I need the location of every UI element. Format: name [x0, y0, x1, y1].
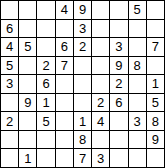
cell-r7c3: 5 — [37, 112, 54, 130]
cell-r9c2: 1 — [19, 149, 36, 167]
cell-r3c4: 6 — [56, 38, 73, 56]
cell-r4c6[interactable] — [92, 57, 109, 75]
cell-r7c1: 2 — [1, 112, 18, 130]
cell-r8c6[interactable] — [92, 131, 109, 149]
cell-r6c3: 1 — [37, 94, 54, 112]
cell-r2c2[interactable] — [19, 20, 36, 38]
cell-r4c1: 5 — [1, 57, 18, 75]
cell-r4c8: 8 — [129, 57, 146, 75]
cell-r1c6[interactable] — [92, 1, 109, 19]
cell-r6c2: 9 — [19, 94, 36, 112]
cell-r8c3[interactable] — [37, 131, 54, 149]
cell-r1c2[interactable] — [19, 1, 36, 19]
cell-r1c4: 4 — [56, 1, 73, 19]
sudoku-board: 495634562375279836219126525143889173 — [0, 0, 165, 168]
cell-r8c2[interactable] — [19, 131, 36, 149]
cell-r1c3[interactable] — [37, 1, 54, 19]
cell-r1c5: 9 — [74, 1, 91, 19]
cell-r9c5: 7 — [74, 149, 91, 167]
cell-r1c7[interactable] — [110, 1, 127, 19]
cell-r4c5[interactable] — [74, 57, 91, 75]
cell-r5c6[interactable] — [92, 75, 109, 93]
cell-r8c5: 8 — [74, 131, 91, 149]
cell-r9c3[interactable] — [37, 149, 54, 167]
cell-r9c4[interactable] — [56, 149, 73, 167]
cell-r5c7: 2 — [110, 75, 127, 93]
cell-r7c4[interactable] — [56, 112, 73, 130]
cell-r3c8[interactable] — [129, 38, 146, 56]
cell-r3c5: 2 — [74, 38, 91, 56]
cell-r7c5: 1 — [74, 112, 91, 130]
cell-r7c6: 4 — [92, 112, 109, 130]
cell-r3c1: 4 — [1, 38, 18, 56]
cell-r2c4[interactable] — [56, 20, 73, 38]
cell-r5c2[interactable] — [19, 75, 36, 93]
cell-r8c7[interactable] — [110, 131, 127, 149]
cell-r8c9: 9 — [147, 131, 164, 149]
cell-r3c2: 5 — [19, 38, 36, 56]
cell-r4c2[interactable] — [19, 57, 36, 75]
cell-r7c8: 3 — [129, 112, 146, 130]
cell-r3c7: 3 — [110, 38, 127, 56]
cell-r3c9: 7 — [147, 38, 164, 56]
cell-r2c3[interactable] — [37, 20, 54, 38]
cell-r2c1: 6 — [1, 20, 18, 38]
cell-r9c8[interactable] — [129, 149, 146, 167]
cell-r5c3: 6 — [37, 75, 54, 93]
cell-r5c4[interactable] — [56, 75, 73, 93]
cell-r1c1[interactable] — [1, 1, 18, 19]
cell-r3c6[interactable] — [92, 38, 109, 56]
cell-r9c7[interactable] — [110, 149, 127, 167]
cell-r8c1[interactable] — [1, 131, 18, 149]
cell-r1c8: 5 — [129, 1, 146, 19]
cell-r5c5[interactable] — [74, 75, 91, 93]
cell-r2c7[interactable] — [110, 20, 127, 38]
cell-r2c9[interactable] — [147, 20, 164, 38]
cell-r9c6: 3 — [92, 149, 109, 167]
cell-r4c7: 9 — [110, 57, 127, 75]
cell-r7c9: 8 — [147, 112, 164, 130]
cell-r5c1: 3 — [1, 75, 18, 93]
cell-r8c4[interactable] — [56, 131, 73, 149]
cell-r2c5: 3 — [74, 20, 91, 38]
cell-r6c5[interactable] — [74, 94, 91, 112]
cell-r1c9[interactable] — [147, 1, 164, 19]
cell-r2c8[interactable] — [129, 20, 146, 38]
cell-r7c2[interactable] — [19, 112, 36, 130]
cell-r4c3: 2 — [37, 57, 54, 75]
cell-r9c9[interactable] — [147, 149, 164, 167]
cell-r2c6[interactable] — [92, 20, 109, 38]
cell-r7c7[interactable] — [110, 112, 127, 130]
cell-r6c8[interactable] — [129, 94, 146, 112]
cell-r6c9: 5 — [147, 94, 164, 112]
cell-r9c1[interactable] — [1, 149, 18, 167]
cell-r5c9: 1 — [147, 75, 164, 93]
cell-r6c7: 6 — [110, 94, 127, 112]
cell-r3c3[interactable] — [37, 38, 54, 56]
cell-r4c9[interactable] — [147, 57, 164, 75]
cell-r6c4[interactable] — [56, 94, 73, 112]
cell-r6c6: 2 — [92, 94, 109, 112]
cell-r8c8[interactable] — [129, 131, 146, 149]
cell-r5c8[interactable] — [129, 75, 146, 93]
cell-r4c4: 7 — [56, 57, 73, 75]
cell-r6c1[interactable] — [1, 94, 18, 112]
